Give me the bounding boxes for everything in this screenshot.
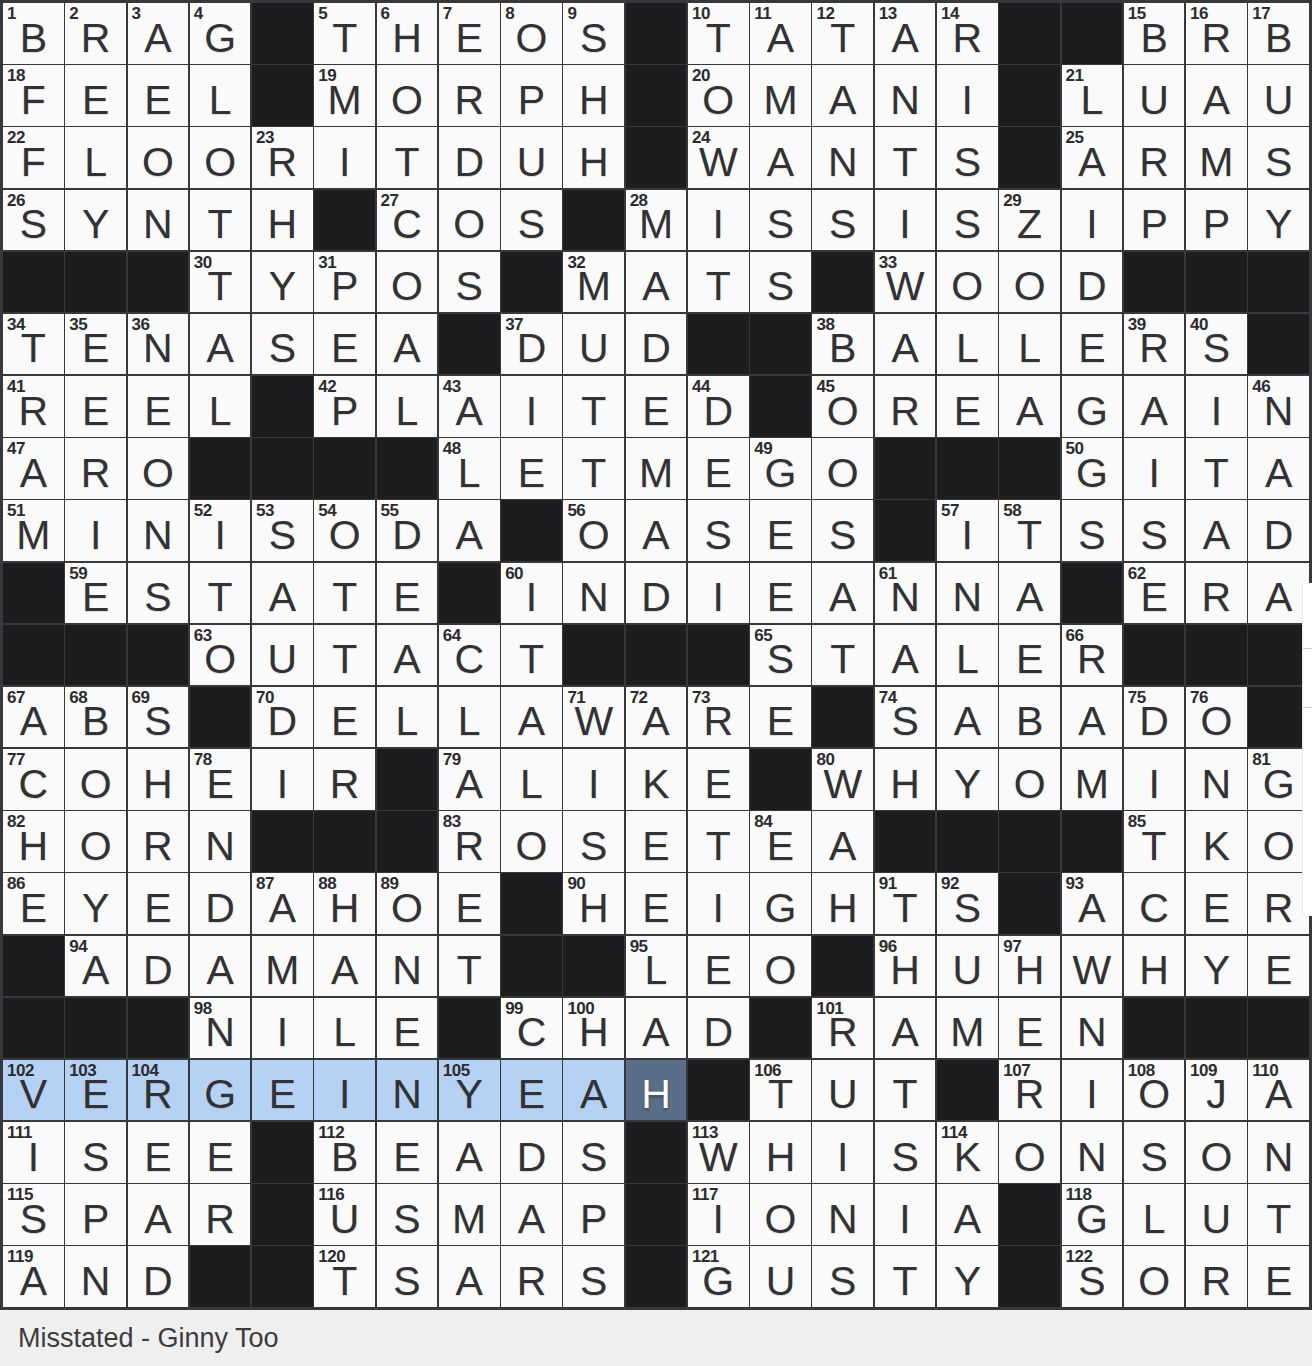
cell-r3c7[interactable]: T	[377, 127, 438, 188]
cell-r9c7[interactable]: 55D	[377, 500, 438, 561]
cell-r18c18[interactable]: I	[1062, 1060, 1123, 1121]
cell-r10c6[interactable]: T	[314, 563, 375, 624]
cell-r2c3[interactable]: E	[128, 65, 189, 126]
cell-r16c2[interactable]: 94A	[65, 936, 126, 997]
cell-r13c3[interactable]: H	[128, 749, 189, 810]
cell-r6c3[interactable]: 36N	[128, 314, 189, 375]
cell-r12c11[interactable]: 72A	[626, 687, 687, 748]
cell-r17c7[interactable]: E	[377, 998, 438, 1059]
cell-r8c13[interactable]: 49G	[750, 438, 811, 499]
cell-r15c7[interactable]: 89O	[377, 873, 438, 934]
cell-r5c4[interactable]: 30T	[190, 252, 251, 313]
cell-r9c10[interactable]: 56O	[563, 500, 624, 561]
cell-r10c11[interactable]: D	[626, 563, 687, 624]
cell-r20c15[interactable]: I	[875, 1184, 936, 1245]
cell-r11c8[interactable]: 64C	[439, 625, 500, 686]
cell-r1c14[interactable]: 12T	[812, 3, 873, 64]
cell-r1c12[interactable]: 10T	[688, 3, 749, 64]
cell-r9c17[interactable]: 58T	[999, 500, 1060, 561]
cell-r3c16[interactable]: S	[937, 127, 998, 188]
cell-r17c17[interactable]: E	[999, 998, 1060, 1059]
cell-r21c2[interactable]: N	[65, 1246, 126, 1307]
cell-r4c7[interactable]: 27C	[377, 190, 438, 251]
cell-r12c7[interactable]: L	[377, 687, 438, 748]
cell-r12c3[interactable]: 69S	[128, 687, 189, 748]
cell-r9c14[interactable]: S	[812, 500, 873, 561]
cell-r18c10[interactable]: A	[563, 1060, 624, 1121]
cell-r1c10[interactable]: 9S	[563, 3, 624, 64]
cell-r13c12[interactable]: E	[688, 749, 749, 810]
cell-r19c14[interactable]: I	[812, 1122, 873, 1183]
cell-r11c6[interactable]: T	[314, 625, 375, 686]
cell-r3c15[interactable]: T	[875, 127, 936, 188]
cell-r7c9[interactable]: I	[501, 376, 562, 437]
cell-r12c10[interactable]: 71W	[563, 687, 624, 748]
cell-r15c4[interactable]: D	[190, 873, 251, 934]
cell-r15c15[interactable]: 91T	[875, 873, 936, 934]
cell-r4c19[interactable]: P	[1124, 190, 1185, 251]
cell-r19c13[interactable]: H	[750, 1122, 811, 1183]
cell-r6c18[interactable]: E	[1062, 314, 1123, 375]
cell-r7c18[interactable]: G	[1062, 376, 1123, 437]
cell-r6c16[interactable]: L	[937, 314, 998, 375]
cell-r14c11[interactable]: E	[626, 811, 687, 872]
cell-r11c13[interactable]: 65S	[750, 625, 811, 686]
cell-r2c21[interactable]: U	[1248, 65, 1309, 126]
cell-r12c1[interactable]: 67A	[3, 687, 64, 748]
cell-r4c9[interactable]: S	[501, 190, 562, 251]
cell-r11c5[interactable]: U	[252, 625, 313, 686]
cell-r6c11[interactable]: D	[626, 314, 687, 375]
cell-r15c3[interactable]: E	[128, 873, 189, 934]
cell-r14c8[interactable]: 83R	[439, 811, 500, 872]
cell-r20c21[interactable]: T	[1248, 1184, 1309, 1245]
cell-r20c6[interactable]: 116U	[314, 1184, 375, 1245]
cell-r6c7[interactable]: A	[377, 314, 438, 375]
cell-r10c17[interactable]: A	[999, 563, 1060, 624]
cell-r17c15[interactable]: A	[875, 998, 936, 1059]
cell-r10c15[interactable]: 61N	[875, 563, 936, 624]
cell-r6c17[interactable]: L	[999, 314, 1060, 375]
cell-r5c8[interactable]: S	[439, 252, 500, 313]
cell-r6c14[interactable]: 38B	[812, 314, 873, 375]
cell-r17c4[interactable]: 98N	[190, 998, 251, 1059]
cell-r7c6[interactable]: 42P	[314, 376, 375, 437]
cell-r3c21[interactable]: S	[1248, 127, 1309, 188]
cell-r18c13[interactable]: 106T	[750, 1060, 811, 1121]
cell-r8c14[interactable]: O	[812, 438, 873, 499]
cell-r15c12[interactable]: I	[688, 873, 749, 934]
cell-r12c16[interactable]: A	[937, 687, 998, 748]
cell-r17c12[interactable]: D	[688, 998, 749, 1059]
cell-r21c3[interactable]: D	[128, 1246, 189, 1307]
cell-r14c21[interactable]: O	[1248, 811, 1309, 872]
cell-r10c14[interactable]: A	[812, 563, 873, 624]
cell-r21c20[interactable]: R	[1186, 1246, 1247, 1307]
cell-r16c3[interactable]: D	[128, 936, 189, 997]
cell-r10c3[interactable]: S	[128, 563, 189, 624]
cell-r5c17[interactable]: O	[999, 252, 1060, 313]
cell-r6c15[interactable]: A	[875, 314, 936, 375]
cell-r19c1[interactable]: 111I	[3, 1122, 64, 1183]
cell-r3c9[interactable]: U	[501, 127, 562, 188]
cell-r7c20[interactable]: I	[1186, 376, 1247, 437]
cell-r20c20[interactable]: U	[1186, 1184, 1247, 1245]
cell-r19c10[interactable]: S	[563, 1122, 624, 1183]
cell-r3c12[interactable]: 24W	[688, 127, 749, 188]
cell-r14c2[interactable]: O	[65, 811, 126, 872]
cell-r2c9[interactable]: P	[501, 65, 562, 126]
cell-r21c1[interactable]: 119A	[3, 1246, 64, 1307]
cell-r11c16[interactable]: L	[937, 625, 998, 686]
cell-r2c15[interactable]: N	[875, 65, 936, 126]
cell-r2c7[interactable]: O	[377, 65, 438, 126]
cell-r6c2[interactable]: 35E	[65, 314, 126, 375]
cell-r16c7[interactable]: N	[377, 936, 438, 997]
cell-r3c20[interactable]: M	[1186, 127, 1247, 188]
cell-r3c2[interactable]: L	[65, 127, 126, 188]
cell-r18c17[interactable]: 107R	[999, 1060, 1060, 1121]
cell-r18c8[interactable]: 105Y	[439, 1060, 500, 1121]
cell-r12c8[interactable]: L	[439, 687, 500, 748]
cell-r4c2[interactable]: Y	[65, 190, 126, 251]
cell-r7c1[interactable]: 41R	[3, 376, 64, 437]
cell-r2c2[interactable]: E	[65, 65, 126, 126]
cell-r15c10[interactable]: 90H	[563, 873, 624, 934]
cell-r5c18[interactable]: D	[1062, 252, 1123, 313]
cell-r13c19[interactable]: I	[1124, 749, 1185, 810]
cell-r9c11[interactable]: A	[626, 500, 687, 561]
cell-r7c4[interactable]: L	[190, 376, 251, 437]
cell-r3c6[interactable]: I	[314, 127, 375, 188]
scrollbar[interactable]	[1302, 583, 1312, 916]
cell-r10c19[interactable]: 62E	[1124, 563, 1185, 624]
cell-r20c3[interactable]: A	[128, 1184, 189, 1245]
cell-r2c12[interactable]: 20O	[688, 65, 749, 126]
cell-r8c19[interactable]: I	[1124, 438, 1185, 499]
cell-r17c16[interactable]: M	[937, 998, 998, 1059]
cell-r20c12[interactable]: 117I	[688, 1184, 749, 1245]
cell-r8c9[interactable]: E	[501, 438, 562, 499]
cell-r16c21[interactable]: E	[1248, 936, 1309, 997]
cell-r6c20[interactable]: 40S	[1186, 314, 1247, 375]
cell-r16c4[interactable]: A	[190, 936, 251, 997]
cell-r20c14[interactable]: N	[812, 1184, 873, 1245]
cell-r14c3[interactable]: R	[128, 811, 189, 872]
cell-r8c1[interactable]: 47A	[3, 438, 64, 499]
cell-r12c13[interactable]: E	[750, 687, 811, 748]
cell-r16c6[interactable]: A	[314, 936, 375, 997]
cell-r19c6[interactable]: 112B	[314, 1122, 375, 1183]
cell-r1c15[interactable]: 13A	[875, 3, 936, 64]
cell-r21c16[interactable]: Y	[937, 1246, 998, 1307]
cell-r20c2[interactable]: P	[65, 1184, 126, 1245]
cell-r2c6[interactable]: 19M	[314, 65, 375, 126]
cell-r10c7[interactable]: E	[377, 563, 438, 624]
cell-r4c12[interactable]: I	[688, 190, 749, 251]
cell-r16c8[interactable]: T	[439, 936, 500, 997]
cell-r20c16[interactable]: A	[937, 1184, 998, 1245]
cell-r2c10[interactable]: H	[563, 65, 624, 126]
cell-r4c5[interactable]: H	[252, 190, 313, 251]
cell-r13c16[interactable]: Y	[937, 749, 998, 810]
cell-r11c7[interactable]: A	[377, 625, 438, 686]
cell-r9c21[interactable]: D	[1248, 500, 1309, 561]
cell-r19c2[interactable]: S	[65, 1122, 126, 1183]
cell-r20c1[interactable]: 115S	[3, 1184, 64, 1245]
cell-r19c16[interactable]: 114K	[937, 1122, 998, 1183]
cell-r7c19[interactable]: A	[1124, 376, 1185, 437]
cell-r14c13[interactable]: 84E	[750, 811, 811, 872]
cell-r10c16[interactable]: N	[937, 563, 998, 624]
cell-r1c4[interactable]: 4G	[190, 3, 251, 64]
cell-r12c5[interactable]: 70D	[252, 687, 313, 748]
cell-r10c20[interactable]: R	[1186, 563, 1247, 624]
cell-r21c21[interactable]: E	[1248, 1246, 1309, 1307]
cell-r4c20[interactable]: P	[1186, 190, 1247, 251]
cell-r7c17[interactable]: A	[999, 376, 1060, 437]
cell-r14c14[interactable]: A	[812, 811, 873, 872]
cell-r21c8[interactable]: A	[439, 1246, 500, 1307]
cell-r6c19[interactable]: 39R	[1124, 314, 1185, 375]
cell-r16c11[interactable]: 95L	[626, 936, 687, 997]
cell-r16c5[interactable]: M	[252, 936, 313, 997]
cell-r3c13[interactable]: A	[750, 127, 811, 188]
cell-r9c18[interactable]: S	[1062, 500, 1123, 561]
cell-r11c15[interactable]: A	[875, 625, 936, 686]
cell-r14c9[interactable]: O	[501, 811, 562, 872]
cell-r9c8[interactable]: A	[439, 500, 500, 561]
cell-r2c4[interactable]: L	[190, 65, 251, 126]
cell-r12c2[interactable]: 68B	[65, 687, 126, 748]
cell-r19c12[interactable]: 113W	[688, 1122, 749, 1183]
cell-r2c16[interactable]: I	[937, 65, 998, 126]
cell-r4c15[interactable]: I	[875, 190, 936, 251]
cell-r18c19[interactable]: 108O	[1124, 1060, 1185, 1121]
cell-r15c5[interactable]: 87A	[252, 873, 313, 934]
cell-r7c3[interactable]: E	[128, 376, 189, 437]
cell-r21c15[interactable]: T	[875, 1246, 936, 1307]
cell-r18c14[interactable]: U	[812, 1060, 873, 1121]
cell-r16c13[interactable]: O	[750, 936, 811, 997]
cell-r4c21[interactable]: Y	[1248, 190, 1309, 251]
cell-r8c3[interactable]: O	[128, 438, 189, 499]
cell-r16c15[interactable]: 96H	[875, 936, 936, 997]
cell-r20c8[interactable]: M	[439, 1184, 500, 1245]
cell-r18c5[interactable]: E	[252, 1060, 313, 1121]
cell-r8c11[interactable]: M	[626, 438, 687, 499]
cell-r2c19[interactable]: U	[1124, 65, 1185, 126]
cell-r10c5[interactable]: A	[252, 563, 313, 624]
cell-r18c7[interactable]: N	[377, 1060, 438, 1121]
cell-r1c21[interactable]: 17B	[1248, 3, 1309, 64]
cell-r9c3[interactable]: N	[128, 500, 189, 561]
cell-r1c8[interactable]: 7E	[439, 3, 500, 64]
cell-r13c11[interactable]: K	[626, 749, 687, 810]
cell-r5c5[interactable]: Y	[252, 252, 313, 313]
cell-r13c17[interactable]: O	[999, 749, 1060, 810]
cell-r1c9[interactable]: 8O	[501, 3, 562, 64]
cell-r13c6[interactable]: R	[314, 749, 375, 810]
cell-r20c4[interactable]: R	[190, 1184, 251, 1245]
cell-r18c6[interactable]: I	[314, 1060, 375, 1121]
cell-r7c8[interactable]: 43A	[439, 376, 500, 437]
cell-r10c4[interactable]: T	[190, 563, 251, 624]
cell-r5c13[interactable]: S	[750, 252, 811, 313]
cell-r14c4[interactable]: N	[190, 811, 251, 872]
cell-r4c16[interactable]: S	[937, 190, 998, 251]
cell-r13c8[interactable]: 79A	[439, 749, 500, 810]
cell-r18c20[interactable]: 109J	[1186, 1060, 1247, 1121]
cell-r11c18[interactable]: 66R	[1062, 625, 1123, 686]
cell-r5c11[interactable]: A	[626, 252, 687, 313]
cell-r9c16[interactable]: 57I	[937, 500, 998, 561]
cell-r7c11[interactable]: E	[626, 376, 687, 437]
cell-r21c13[interactable]: U	[750, 1246, 811, 1307]
cell-r4c17[interactable]: 29Z	[999, 190, 1060, 251]
cell-r20c19[interactable]: L	[1124, 1184, 1185, 1245]
cell-r21c10[interactable]: S	[563, 1246, 624, 1307]
cell-r8c21[interactable]: A	[1248, 438, 1309, 499]
cell-r5c12[interactable]: T	[688, 252, 749, 313]
cell-r1c3[interactable]: 3A	[128, 3, 189, 64]
cell-r12c6[interactable]: E	[314, 687, 375, 748]
cell-r18c2[interactable]: 103E	[65, 1060, 126, 1121]
cell-r15c11[interactable]: E	[626, 873, 687, 934]
cell-r19c4[interactable]: E	[190, 1122, 251, 1183]
cell-r16c19[interactable]: H	[1124, 936, 1185, 997]
cell-r1c1[interactable]: 1B	[3, 3, 64, 64]
cell-r12c12[interactable]: 73R	[688, 687, 749, 748]
cell-r18c9[interactable]: E	[501, 1060, 562, 1121]
cell-r17c5[interactable]: I	[252, 998, 313, 1059]
cell-r1c7[interactable]: 6H	[377, 3, 438, 64]
cell-r2c20[interactable]: A	[1186, 65, 1247, 126]
cell-r21c9[interactable]: R	[501, 1246, 562, 1307]
cell-r5c7[interactable]: O	[377, 252, 438, 313]
cell-r8c20[interactable]: T	[1186, 438, 1247, 499]
cell-r9c2[interactable]: I	[65, 500, 126, 561]
cell-r13c4[interactable]: 78E	[190, 749, 251, 810]
cell-r13c20[interactable]: N	[1186, 749, 1247, 810]
cell-r3c10[interactable]: H	[563, 127, 624, 188]
cell-r19c18[interactable]: N	[1062, 1122, 1123, 1183]
cell-r19c3[interactable]: E	[128, 1122, 189, 1183]
cell-r16c17[interactable]: 97H	[999, 936, 1060, 997]
cell-r3c1[interactable]: 22F	[3, 127, 64, 188]
cell-r7c16[interactable]: E	[937, 376, 998, 437]
cell-r8c10[interactable]: T	[563, 438, 624, 499]
cell-r7c14[interactable]: 45O	[812, 376, 873, 437]
cell-r13c15[interactable]: H	[875, 749, 936, 810]
cell-r16c16[interactable]: U	[937, 936, 998, 997]
cell-r17c18[interactable]: N	[1062, 998, 1123, 1059]
cell-r21c12[interactable]: 121G	[688, 1246, 749, 1307]
cell-r1c16[interactable]: 14R	[937, 3, 998, 64]
cell-r8c2[interactable]: R	[65, 438, 126, 499]
cell-r12c20[interactable]: 76O	[1186, 687, 1247, 748]
cell-r2c1[interactable]: 18F	[3, 65, 64, 126]
cell-r1c19[interactable]: 15B	[1124, 3, 1185, 64]
cell-r4c18[interactable]: I	[1062, 190, 1123, 251]
cell-r13c2[interactable]: O	[65, 749, 126, 810]
cell-r11c4[interactable]: 63O	[190, 625, 251, 686]
cell-r18c21[interactable]: 110A	[1248, 1060, 1309, 1121]
cell-r21c19[interactable]: O	[1124, 1246, 1185, 1307]
cell-r21c7[interactable]: S	[377, 1246, 438, 1307]
cell-r20c13[interactable]: O	[750, 1184, 811, 1245]
cell-r15c21[interactable]: R	[1248, 873, 1309, 934]
cell-r19c9[interactable]: D	[501, 1122, 562, 1183]
cell-r2c8[interactable]: R	[439, 65, 500, 126]
cell-r7c7[interactable]: L	[377, 376, 438, 437]
cell-r19c19[interactable]: S	[1124, 1122, 1185, 1183]
cell-r4c1[interactable]: 26S	[3, 190, 64, 251]
cell-r4c3[interactable]: N	[128, 190, 189, 251]
cell-r5c6[interactable]: 31P	[314, 252, 375, 313]
cell-r20c10[interactable]: P	[563, 1184, 624, 1245]
cell-r17c6[interactable]: L	[314, 998, 375, 1059]
cell-r4c4[interactable]: T	[190, 190, 251, 251]
cell-r20c7[interactable]: S	[377, 1184, 438, 1245]
cell-r12c19[interactable]: 75D	[1124, 687, 1185, 748]
cell-r5c16[interactable]: O	[937, 252, 998, 313]
cell-r15c16[interactable]: 92S	[937, 873, 998, 934]
cell-r3c19[interactable]: R	[1124, 127, 1185, 188]
cell-r9c5[interactable]: 53S	[252, 500, 313, 561]
cell-r15c2[interactable]: Y	[65, 873, 126, 934]
cell-r18c3[interactable]: 104R	[128, 1060, 189, 1121]
cell-r13c18[interactable]: M	[1062, 749, 1123, 810]
cell-r6c10[interactable]: U	[563, 314, 624, 375]
cell-r9c4[interactable]: 52I	[190, 500, 251, 561]
cell-r17c9[interactable]: 99C	[501, 998, 562, 1059]
cell-r18c11[interactable]: H	[626, 1060, 687, 1121]
cell-r10c21[interactable]: A	[1248, 563, 1309, 624]
cell-r19c20[interactable]: O	[1186, 1122, 1247, 1183]
cell-r20c9[interactable]: A	[501, 1184, 562, 1245]
cell-r15c19[interactable]: C	[1124, 873, 1185, 934]
cell-r18c1[interactable]: 102V	[3, 1060, 64, 1121]
cell-r19c15[interactable]: S	[875, 1122, 936, 1183]
cell-r12c18[interactable]: A	[1062, 687, 1123, 748]
cell-r3c4[interactable]: O	[190, 127, 251, 188]
cell-r13c5[interactable]: I	[252, 749, 313, 810]
cell-r8c18[interactable]: 50G	[1062, 438, 1123, 499]
cell-r1c2[interactable]: 2R	[65, 3, 126, 64]
cell-r9c1[interactable]: 51M	[3, 500, 64, 561]
cell-r15c14[interactable]: H	[812, 873, 873, 934]
cell-r5c10[interactable]: 32M	[563, 252, 624, 313]
cell-r14c1[interactable]: 82H	[3, 811, 64, 872]
cell-r14c20[interactable]: K	[1186, 811, 1247, 872]
cell-r1c6[interactable]: 5T	[314, 3, 375, 64]
cell-r7c10[interactable]: T	[563, 376, 624, 437]
cell-r6c1[interactable]: 34T	[3, 314, 64, 375]
cell-r14c19[interactable]: 85T	[1124, 811, 1185, 872]
cell-r15c13[interactable]: G	[750, 873, 811, 934]
cell-r15c6[interactable]: 88H	[314, 873, 375, 934]
cell-r13c10[interactable]: I	[563, 749, 624, 810]
cell-r7c2[interactable]: E	[65, 376, 126, 437]
cell-r6c9[interactable]: 37D	[501, 314, 562, 375]
cell-r9c20[interactable]: A	[1186, 500, 1247, 561]
cell-r21c18[interactable]: 122S	[1062, 1246, 1123, 1307]
cell-r3c5[interactable]: 23R	[252, 127, 313, 188]
cell-r17c10[interactable]: 100H	[563, 998, 624, 1059]
cell-r11c9[interactable]: T	[501, 625, 562, 686]
cell-r1c20[interactable]: 16R	[1186, 3, 1247, 64]
